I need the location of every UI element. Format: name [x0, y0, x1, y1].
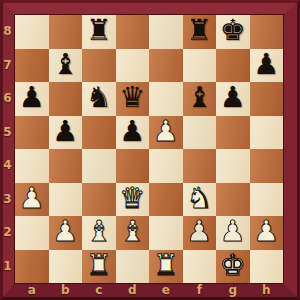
file-label-h: h [250, 283, 284, 300]
square-c5[interactable] [82, 116, 116, 150]
file-label-d: d [116, 283, 150, 300]
piece-white-king[interactable]: ♚ [220, 251, 246, 282]
file-label-g: g [216, 283, 250, 300]
square-g4[interactable] [216, 149, 250, 183]
rank-label-7: 7 [0, 49, 15, 83]
piece-black-rook[interactable]: ♜ [86, 16, 112, 47]
square-h4[interactable] [250, 149, 284, 183]
square-b5[interactable]: ♟ [49, 116, 83, 150]
piece-white-pawn[interactable]: ♟ [220, 217, 246, 248]
square-a8[interactable] [15, 15, 49, 49]
square-c4[interactable] [82, 149, 116, 183]
rank-label-2: 2 [0, 216, 15, 250]
square-a3[interactable]: ♟ [15, 183, 49, 217]
square-b1[interactable] [49, 250, 83, 284]
piece-black-pawn[interactable]: ♟ [119, 117, 145, 148]
square-e5[interactable]: ♟ [149, 116, 183, 150]
piece-white-pawn[interactable]: ♟ [153, 117, 179, 148]
rank-label-1: 1 [0, 250, 15, 284]
file-label-f: f [183, 283, 217, 300]
square-e1[interactable]: ♜ [149, 250, 183, 284]
square-h6[interactable] [250, 82, 284, 116]
square-g1[interactable]: ♚ [216, 250, 250, 284]
square-a6[interactable]: ♟ [15, 82, 49, 116]
square-g7[interactable] [216, 49, 250, 83]
square-d7[interactable] [116, 49, 150, 83]
square-d3[interactable]: ♛ [116, 183, 150, 217]
rank-label-3: 3 [0, 183, 15, 217]
file-labels: abcdefgh [15, 283, 283, 300]
square-g3[interactable] [216, 183, 250, 217]
chess-diagram: ♜♜♚♝♟♟♞♛♝♟♟♟♟♟♛♞♟♝♝♟♟♟♜♜♚ 87654321 abcde… [0, 0, 300, 300]
square-e2[interactable] [149, 216, 183, 250]
file-label-b: b [49, 283, 83, 300]
piece-black-pawn[interactable]: ♟ [19, 83, 45, 114]
square-d6[interactable]: ♛ [116, 82, 150, 116]
square-d8[interactable] [116, 15, 150, 49]
piece-black-pawn[interactable]: ♟ [220, 83, 246, 114]
square-d5[interactable]: ♟ [116, 116, 150, 150]
square-b8[interactable] [49, 15, 83, 49]
square-b6[interactable] [49, 82, 83, 116]
piece-white-pawn[interactable]: ♟ [19, 184, 45, 215]
rank-label-4: 4 [0, 149, 15, 183]
square-b3[interactable] [49, 183, 83, 217]
square-f6[interactable]: ♝ [183, 82, 217, 116]
square-f2[interactable]: ♟ [183, 216, 217, 250]
file-label-e: e [149, 283, 183, 300]
square-h8[interactable] [250, 15, 284, 49]
square-f7[interactable] [183, 49, 217, 83]
square-f3[interactable]: ♞ [183, 183, 217, 217]
square-c1[interactable]: ♜ [82, 250, 116, 284]
square-f8[interactable]: ♜ [183, 15, 217, 49]
piece-white-rook[interactable]: ♜ [153, 251, 179, 282]
piece-white-bishop[interactable]: ♝ [86, 217, 112, 248]
rank-label-5: 5 [0, 116, 15, 150]
square-b2[interactable]: ♟ [49, 216, 83, 250]
square-h3[interactable] [250, 183, 284, 217]
square-c8[interactable]: ♜ [82, 15, 116, 49]
square-a2[interactable] [15, 216, 49, 250]
square-e7[interactable] [149, 49, 183, 83]
square-e8[interactable] [149, 15, 183, 49]
square-g2[interactable]: ♟ [216, 216, 250, 250]
piece-white-rook[interactable]: ♜ [86, 251, 112, 282]
piece-black-bishop[interactable]: ♝ [186, 83, 212, 114]
square-e4[interactable] [149, 149, 183, 183]
piece-black-rook[interactable]: ♜ [186, 16, 212, 47]
square-g8[interactable]: ♚ [216, 15, 250, 49]
piece-white-queen[interactable]: ♛ [119, 184, 145, 215]
square-c2[interactable]: ♝ [82, 216, 116, 250]
rank-label-6: 6 [0, 82, 15, 116]
rank-label-8: 8 [0, 15, 15, 49]
square-d1[interactable] [116, 250, 150, 284]
square-d2[interactable]: ♝ [116, 216, 150, 250]
piece-white-pawn[interactable]: ♟ [186, 217, 212, 248]
piece-white-pawn[interactable]: ♟ [253, 217, 279, 248]
piece-black-knight[interactable]: ♞ [86, 83, 112, 114]
file-label-c: c [82, 283, 116, 300]
square-f4[interactable] [183, 149, 217, 183]
square-h2[interactable]: ♟ [250, 216, 284, 250]
square-c6[interactable]: ♞ [82, 82, 116, 116]
square-d4[interactable] [116, 149, 150, 183]
rank-labels: 87654321 [0, 15, 15, 283]
file-label-a: a [15, 283, 49, 300]
square-g5[interactable] [216, 116, 250, 150]
square-e3[interactable] [149, 183, 183, 217]
square-e6[interactable] [149, 82, 183, 116]
square-c3[interactable] [82, 183, 116, 217]
square-b7[interactable]: ♝ [49, 49, 83, 83]
square-h1[interactable] [250, 250, 284, 284]
square-c7[interactable] [82, 49, 116, 83]
square-f5[interactable] [183, 116, 217, 150]
square-a4[interactable] [15, 149, 49, 183]
piece-black-pawn[interactable]: ♟ [52, 117, 78, 148]
square-h5[interactable] [250, 116, 284, 150]
square-a5[interactable] [15, 116, 49, 150]
piece-black-pawn[interactable]: ♟ [253, 50, 279, 81]
piece-black-king[interactable]: ♚ [220, 16, 246, 47]
square-a1[interactable] [15, 250, 49, 284]
square-b4[interactable] [49, 149, 83, 183]
piece-white-knight[interactable]: ♞ [186, 184, 212, 215]
piece-white-pawn[interactable]: ♟ [52, 217, 78, 248]
chess-board[interactable]: ♜♜♚♝♟♟♞♛♝♟♟♟♟♟♛♞♟♝♝♟♟♟♜♜♚ [15, 15, 283, 283]
square-g6[interactable]: ♟ [216, 82, 250, 116]
piece-white-bishop[interactable]: ♝ [119, 217, 145, 248]
piece-black-bishop[interactable]: ♝ [52, 50, 78, 81]
square-a7[interactable] [15, 49, 49, 83]
piece-black-queen[interactable]: ♛ [119, 83, 145, 114]
square-f1[interactable] [183, 250, 217, 284]
square-h7[interactable]: ♟ [250, 49, 284, 83]
